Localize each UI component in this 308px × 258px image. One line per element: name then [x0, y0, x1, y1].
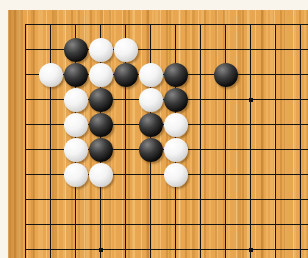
black-stone[interactable]: [139, 138, 163, 162]
black-stone[interactable]: [114, 63, 138, 87]
black-stone[interactable]: [64, 63, 88, 87]
grid-vline: [200, 24, 201, 258]
star-point: [249, 98, 253, 102]
white-stone[interactable]: [139, 63, 163, 87]
black-stone[interactable]: [164, 63, 188, 87]
black-stone[interactable]: [64, 38, 88, 62]
grid-vline: [300, 24, 301, 258]
white-stone[interactable]: [164, 113, 188, 137]
white-stone[interactable]: [89, 163, 113, 187]
white-stone[interactable]: [89, 63, 113, 87]
grid-vline: [25, 24, 26, 258]
grid-hline: [25, 199, 308, 200]
grid-hline: [25, 24, 308, 25]
go-app-page: [0, 0, 308, 258]
white-stone[interactable]: [89, 38, 113, 62]
white-stone[interactable]: [164, 138, 188, 162]
black-stone[interactable]: [89, 88, 113, 112]
go-board[interactable]: [8, 10, 308, 258]
white-stone[interactable]: [139, 88, 163, 112]
star-point: [249, 248, 253, 252]
white-stone[interactable]: [64, 138, 88, 162]
white-stone[interactable]: [114, 38, 138, 62]
grid-vline: [50, 24, 51, 258]
star-point: [99, 248, 103, 252]
black-stone[interactable]: [89, 113, 113, 137]
white-stone[interactable]: [64, 163, 88, 187]
white-stone[interactable]: [64, 113, 88, 137]
grid-vline: [225, 24, 226, 258]
white-stone[interactable]: [39, 63, 63, 87]
grid-vline: [275, 24, 276, 258]
white-stone[interactable]: [164, 163, 188, 187]
grid-hline: [25, 249, 308, 250]
grid-hline: [25, 224, 308, 225]
white-stone[interactable]: [64, 88, 88, 112]
black-stone[interactable]: [89, 138, 113, 162]
black-stone[interactable]: [214, 63, 238, 87]
black-stone[interactable]: [164, 88, 188, 112]
grid-vline: [250, 24, 251, 258]
black-stone[interactable]: [139, 113, 163, 137]
